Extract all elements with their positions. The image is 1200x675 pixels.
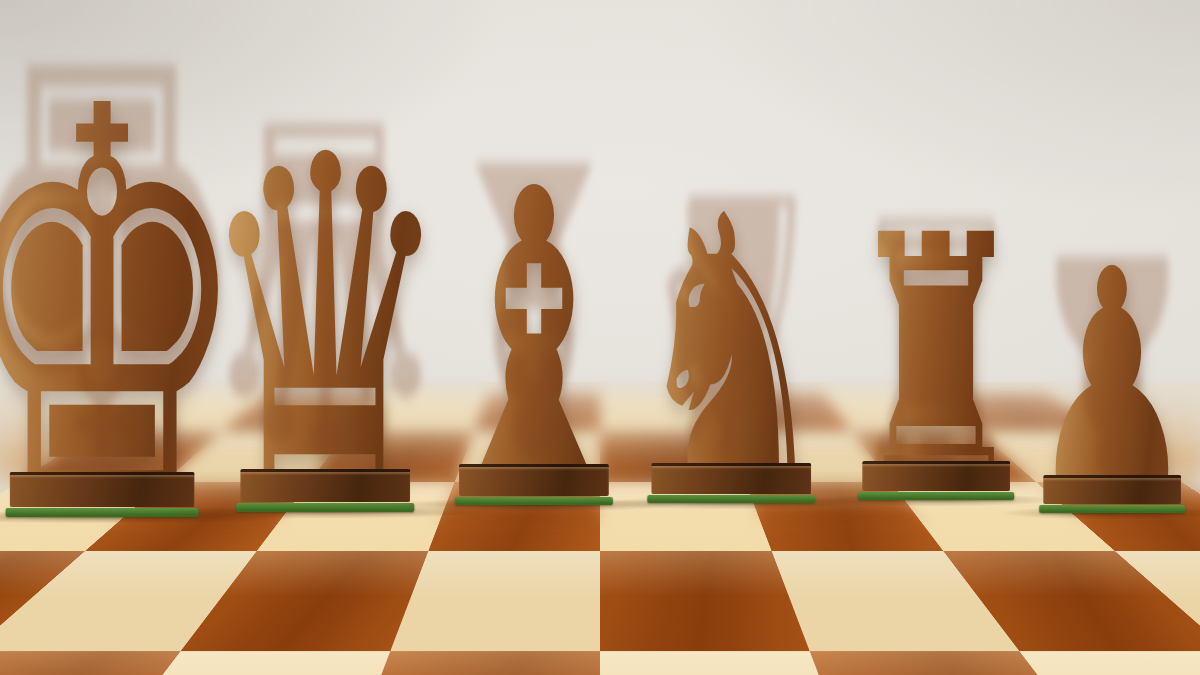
board-square xyxy=(1019,651,1200,675)
pawn-felt-pad xyxy=(1039,505,1185,513)
piece-pawn: ♟ ♟ xyxy=(976,245,1200,513)
scene: ♚ ♚ ♛ ♛ ♝ ♝ ♞ ♞ ♜ ♜ ♟ ♟ xyxy=(0,0,1200,675)
board-square xyxy=(0,651,181,675)
pawn-base-block xyxy=(1043,475,1181,504)
